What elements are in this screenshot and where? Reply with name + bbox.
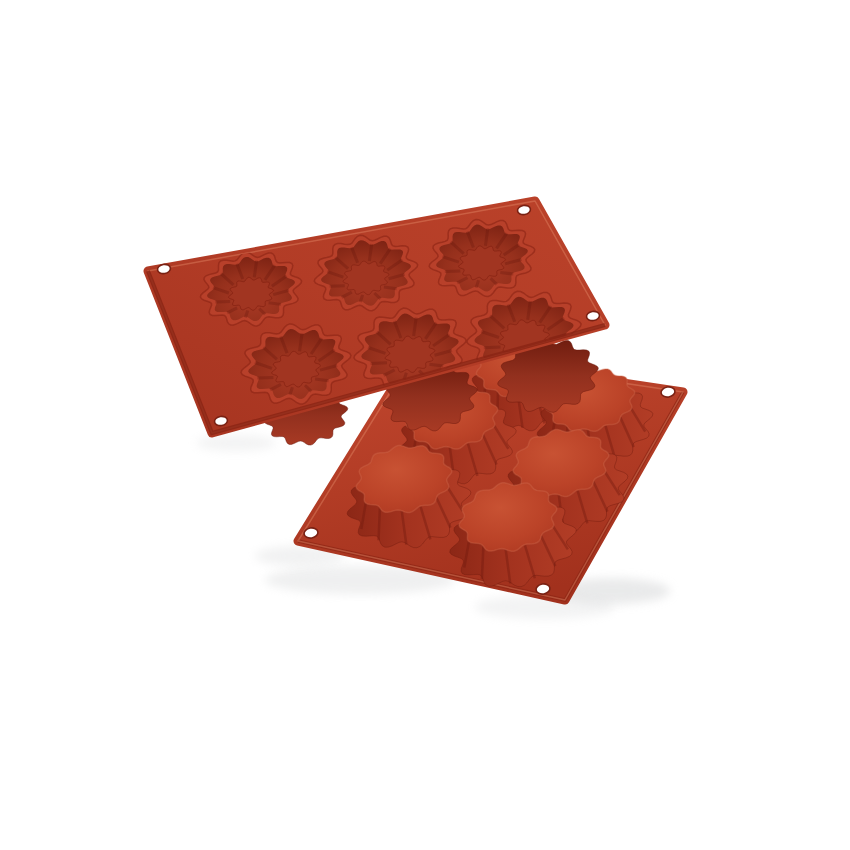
cavity-flute-rib <box>215 301 230 302</box>
cavity-flute-rib <box>257 377 273 378</box>
cavity-flute-rib <box>330 286 345 287</box>
cavity-flute-rib <box>445 271 460 272</box>
cavity-flute-rib <box>315 379 329 381</box>
cavity-flute-rib <box>269 303 281 305</box>
cavity-flute-rib <box>500 272 513 274</box>
cavity-flute-rib <box>484 347 501 348</box>
cavity-flute-rib <box>384 287 397 289</box>
floor-shadow <box>196 435 276 451</box>
bump-flute-rib <box>482 546 484 579</box>
bump-flute-rib <box>379 508 380 541</box>
cavity-flute-rib <box>371 363 387 364</box>
cavity-flute-rib <box>429 364 443 366</box>
product-photo-svg <box>0 0 850 850</box>
photo-stage <box>0 0 850 850</box>
